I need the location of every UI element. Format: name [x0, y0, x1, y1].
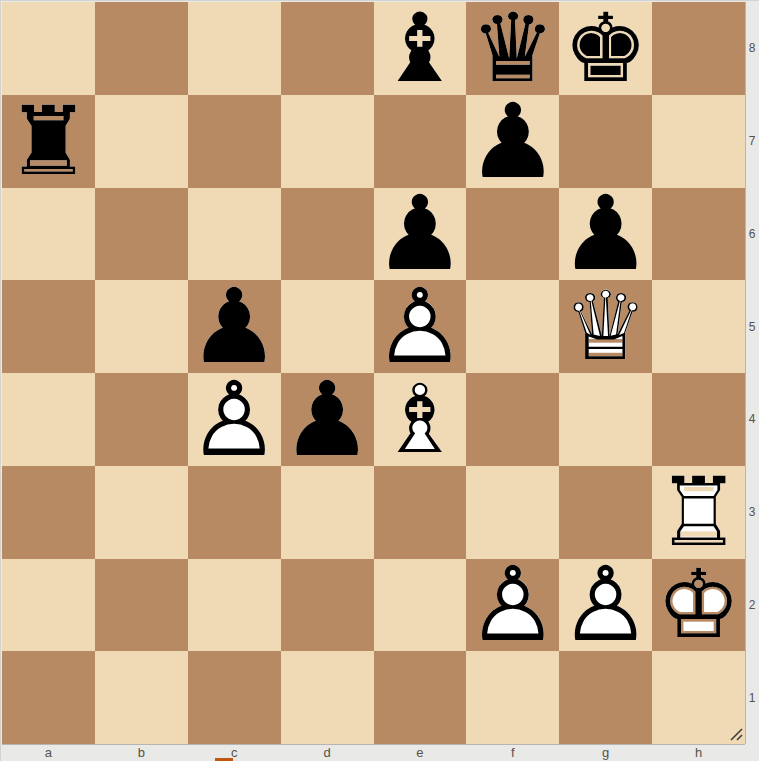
piece-white-bishop-e4[interactable]: ♝♗	[374, 373, 467, 466]
piece-black-king-g8[interactable]: ♚♚	[559, 2, 652, 95]
square-h8[interactable]	[652, 2, 745, 95]
square-a4[interactable]	[2, 373, 95, 466]
square-d8[interactable]	[281, 2, 374, 95]
piece-black-bishop-e8[interactable]: ♝♝	[374, 2, 467, 95]
square-g4[interactable]	[559, 373, 652, 466]
white-bishop-glyph: ♗	[374, 373, 467, 466]
piece-white-queen-g5[interactable]: ♛♕	[559, 280, 652, 373]
piece-black-pawn-d4[interactable]: ♟♟	[281, 373, 374, 466]
white-pawn-fill: ♟	[374, 280, 467, 373]
rank-label-2: 2	[745, 559, 759, 652]
piece-white-pawn-f2[interactable]: ♟♙	[466, 559, 559, 652]
square-f8[interactable]: ♛♛	[466, 2, 559, 95]
black-pawn-fill: ♟	[374, 188, 467, 281]
black-queen-fill: ♛	[466, 2, 559, 95]
white-pawn-glyph: ♙	[374, 280, 467, 373]
square-g5[interactable]: ♛♕	[559, 280, 652, 373]
square-g7[interactable]	[559, 95, 652, 188]
square-d4[interactable]: ♟♟	[281, 373, 374, 466]
black-pawn-glyph: ♟	[281, 373, 374, 466]
square-d5[interactable]	[281, 280, 374, 373]
piece-white-rook-h3[interactable]: ♜♖	[652, 466, 745, 559]
square-e7[interactable]	[374, 95, 467, 188]
square-d7[interactable]	[281, 95, 374, 188]
square-h5[interactable]	[652, 280, 745, 373]
square-a7[interactable]: ♜♜	[2, 95, 95, 188]
black-pawn-glyph: ♟	[559, 188, 652, 281]
square-a1[interactable]	[2, 651, 95, 744]
white-pawn-glyph: ♙	[466, 559, 559, 652]
square-e3[interactable]	[374, 466, 467, 559]
black-pawn-glyph: ♟	[188, 280, 281, 373]
file-label-e: e	[374, 744, 467, 760]
square-b6[interactable]	[95, 188, 188, 281]
square-b5[interactable]	[95, 280, 188, 373]
rank-label-8: 8	[745, 2, 759, 95]
square-c7[interactable]	[188, 95, 281, 188]
chess-board: ♝♝♛♛♚♚♜♜♟♟♟♟♟♟♟♟♟♙♛♕♟♙♟♟♝♗♜♖♟♙♟♙♚♔	[2, 2, 745, 744]
piece-black-pawn-e6[interactable]: ♟♟	[374, 188, 467, 281]
square-c2[interactable]	[188, 559, 281, 652]
piece-white-pawn-g2[interactable]: ♟♙	[559, 559, 652, 652]
white-pawn-glyph: ♙	[188, 373, 281, 466]
square-c8[interactable]	[188, 2, 281, 95]
square-d1[interactable]	[281, 651, 374, 744]
rank-label-6: 6	[745, 188, 759, 281]
square-f6[interactable]	[466, 188, 559, 281]
square-f5[interactable]	[466, 280, 559, 373]
rank-label-7: 7	[745, 95, 759, 188]
rank-label-3: 3	[745, 466, 759, 559]
rank-label-4: 4	[745, 373, 759, 466]
white-bishop-fill: ♝	[374, 373, 467, 466]
square-a8[interactable]	[2, 2, 95, 95]
black-king-fill: ♚	[559, 2, 652, 95]
square-d3[interactable]	[281, 466, 374, 559]
file-label-d: d	[281, 744, 374, 760]
square-d2[interactable]	[281, 559, 374, 652]
white-queen-glyph: ♕	[559, 280, 652, 373]
square-f2[interactable]: ♟♙	[466, 559, 559, 652]
piece-white-pawn-e5[interactable]: ♟♙	[374, 280, 467, 373]
piece-black-rook-a7[interactable]: ♜♜	[2, 95, 95, 188]
square-c3[interactable]	[188, 466, 281, 559]
square-a3[interactable]	[2, 466, 95, 559]
file-coordinates: abcdefgh	[2, 744, 745, 760]
piece-black-queen-f8[interactable]: ♛♛	[466, 2, 559, 95]
square-g6[interactable]: ♟♟	[559, 188, 652, 281]
white-pawn-glyph: ♙	[559, 559, 652, 652]
square-h6[interactable]	[652, 188, 745, 281]
white-queen-fill: ♛	[559, 280, 652, 373]
file-label-a: a	[2, 744, 95, 760]
piece-black-pawn-c5[interactable]: ♟♟	[188, 280, 281, 373]
black-queen-glyph: ♛	[466, 2, 559, 95]
square-b7[interactable]	[95, 95, 188, 188]
piece-black-pawn-g6[interactable]: ♟♟	[559, 188, 652, 281]
square-h4[interactable]	[652, 373, 745, 466]
square-g3[interactable]	[559, 466, 652, 559]
square-g2[interactable]: ♟♙	[559, 559, 652, 652]
square-e8[interactable]: ♝♝	[374, 2, 467, 95]
square-h2[interactable]: ♚♔	[652, 559, 745, 652]
square-e6[interactable]: ♟♟	[374, 188, 467, 281]
file-label-b: b	[95, 744, 188, 760]
black-pawn-fill: ♟	[281, 373, 374, 466]
black-bishop-fill: ♝	[374, 2, 467, 95]
square-g8[interactable]: ♚♚	[559, 2, 652, 95]
square-g1[interactable]	[559, 651, 652, 744]
white-pawn-fill: ♟	[466, 559, 559, 652]
black-pawn-fill: ♟	[559, 188, 652, 281]
square-f1[interactable]	[466, 651, 559, 744]
black-pawn-glyph: ♟	[466, 95, 559, 188]
square-h7[interactable]	[652, 95, 745, 188]
square-c5[interactable]: ♟♟	[188, 280, 281, 373]
white-king-glyph: ♔	[652, 559, 745, 652]
white-rook-glyph: ♖	[652, 466, 745, 559]
square-b1[interactable]	[95, 651, 188, 744]
file-label-f: f	[466, 744, 559, 760]
square-b3[interactable]	[95, 466, 188, 559]
file-label-g: g	[559, 744, 652, 760]
square-e4[interactable]: ♝♗	[374, 373, 467, 466]
black-pawn-fill: ♟	[188, 280, 281, 373]
black-pawn-glyph: ♟	[374, 188, 467, 281]
square-a6[interactable]	[2, 188, 95, 281]
white-pawn-fill: ♟	[188, 373, 281, 466]
white-pawn-fill: ♟	[559, 559, 652, 652]
chess-app-window: ♝♝♛♛♚♚♜♜♟♟♟♟♟♟♟♟♟♙♛♕♟♙♟♟♝♗♜♖♟♙♟♙♚♔ 87654…	[0, 0, 759, 761]
square-b4[interactable]	[95, 373, 188, 466]
rank-label-5: 5	[745, 280, 759, 373]
square-f4[interactable]	[466, 373, 559, 466]
square-c6[interactable]	[188, 188, 281, 281]
square-c1[interactable]	[188, 651, 281, 744]
rank-label-1: 1	[745, 651, 759, 744]
square-b8[interactable]	[95, 2, 188, 95]
black-rook-fill: ♜	[2, 95, 95, 188]
square-e2[interactable]	[374, 559, 467, 652]
square-b2[interactable]	[95, 559, 188, 652]
square-f3[interactable]	[466, 466, 559, 559]
piece-white-king-h2[interactable]: ♚♔	[652, 559, 745, 652]
resize-grip-icon[interactable]	[728, 726, 744, 742]
black-pawn-fill: ♟	[466, 95, 559, 188]
piece-white-pawn-c4[interactable]: ♟♙	[188, 373, 281, 466]
file-label-h: h	[652, 744, 745, 760]
square-a5[interactable]	[2, 280, 95, 373]
square-e1[interactable]	[374, 651, 467, 744]
square-c4[interactable]: ♟♙	[188, 373, 281, 466]
white-king-fill: ♚	[652, 559, 745, 652]
square-f7[interactable]: ♟♟	[466, 95, 559, 188]
piece-black-pawn-f7[interactable]: ♟♟	[466, 95, 559, 188]
black-rook-glyph: ♜	[2, 95, 95, 188]
white-rook-fill: ♜	[652, 466, 745, 559]
square-d6[interactable]	[281, 188, 374, 281]
square-e5[interactable]: ♟♙	[374, 280, 467, 373]
file-label-c: c	[188, 744, 281, 760]
square-a2[interactable]	[2, 559, 95, 652]
rank-coordinates: 87654321	[745, 2, 759, 744]
black-king-glyph: ♚	[559, 2, 652, 95]
square-h3[interactable]: ♜♖	[652, 466, 745, 559]
black-bishop-glyph: ♝	[374, 2, 467, 95]
